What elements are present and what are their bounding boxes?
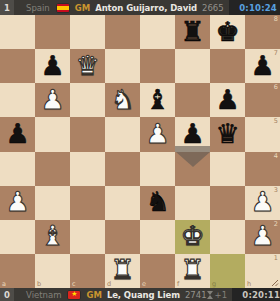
square-g4[interactable]: [210, 152, 245, 186]
square-e3[interactable]: ♞: [140, 186, 175, 220]
white-king-f2[interactable]: ♚: [180, 222, 204, 249]
square-a7[interactable]: [0, 49, 35, 83]
rank-label-5: 5: [274, 118, 278, 125]
square-e7[interactable]: [140, 49, 175, 83]
square-f8[interactable]: ♜: [175, 15, 210, 49]
rank-label-1: 1: [274, 255, 278, 262]
rank-label-6: 6: [274, 84, 278, 91]
white-knight-d6[interactable]: ♞: [110, 86, 134, 113]
square-d6[interactable]: ♞: [105, 83, 140, 117]
square-f1[interactable]: f♜: [175, 254, 210, 288]
square-g3[interactable]: [210, 186, 245, 220]
white-pawn-h2[interactable]: ♟: [250, 222, 274, 249]
top-player-rating: 2665: [202, 3, 224, 13]
square-d8[interactable]: [105, 15, 140, 49]
square-b1[interactable]: b: [35, 254, 70, 288]
black-rook-f8[interactable]: ♜: [180, 18, 204, 45]
bottom-gm-title: GM: [86, 290, 101, 300]
square-h3[interactable]: 3♟: [245, 186, 280, 220]
increment-value: +1: [215, 290, 228, 300]
white-bishop-b2[interactable]: ♝: [40, 222, 64, 249]
square-e4[interactable]: [140, 152, 175, 186]
file-label-f: f: [177, 281, 179, 288]
square-g5[interactable]: ♛: [210, 117, 245, 151]
square-b3[interactable]: [35, 186, 70, 220]
rank-label-8: 8: [274, 16, 278, 23]
square-g6[interactable]: ♟: [210, 83, 245, 117]
vietnam-flag-icon: ★: [68, 291, 80, 299]
square-c3[interactable]: [70, 186, 105, 220]
move-arrow-head: [176, 152, 210, 167]
top-player-bar: 1 Spain GM Anton Guijarro, David 2665 0:…: [0, 0, 280, 15]
square-b5[interactable]: [35, 117, 70, 151]
square-e6[interactable]: ♝: [140, 83, 175, 117]
file-label-g: g: [212, 281, 216, 288]
resize-handle-icon[interactable]: [271, 279, 279, 287]
square-d4[interactable]: [105, 152, 140, 186]
square-f6[interactable]: [175, 83, 210, 117]
black-pawn-b7[interactable]: ♟: [40, 52, 64, 79]
bottom-score-badge: 0: [0, 288, 14, 301]
square-c1[interactable]: c: [70, 254, 105, 288]
square-h7[interactable]: 7♟: [245, 49, 280, 83]
square-d3[interactable]: [105, 186, 140, 220]
hourglass-icon: [207, 291, 213, 299]
square-c7[interactable]: ♛: [70, 49, 105, 83]
square-g7[interactable]: [210, 49, 245, 83]
square-e5[interactable]: ♟: [140, 117, 175, 151]
bottom-player-name: Le, Quang Liem: [107, 290, 180, 300]
file-label-b: b: [37, 281, 41, 288]
square-c6[interactable]: [70, 83, 105, 117]
square-h2[interactable]: 2♟: [245, 220, 280, 254]
black-queen-g5[interactable]: ♛: [215, 120, 239, 147]
square-a1[interactable]: a: [0, 254, 35, 288]
black-pawn-f5[interactable]: ♟: [180, 120, 204, 147]
bottom-country-label: Vietnam: [26, 290, 61, 300]
file-label-h: h: [247, 281, 251, 288]
square-c2[interactable]: [70, 220, 105, 254]
increment-badge: +1: [207, 290, 228, 300]
bottom-clock-box: 0:20:11: [232, 288, 280, 301]
white-pawn-a3[interactable]: ♟: [5, 188, 29, 215]
square-c8[interactable]: [70, 15, 105, 49]
white-rook-d1[interactable]: ♜: [110, 256, 134, 283]
spain-flag-icon: [57, 4, 69, 12]
square-d2[interactable]: [105, 220, 140, 254]
square-c4[interactable]: [70, 152, 105, 186]
white-queen-c7[interactable]: ♛: [75, 52, 99, 79]
square-e8[interactable]: [140, 15, 175, 49]
square-a5[interactable]: ♟: [0, 117, 35, 151]
square-a2[interactable]: [0, 220, 35, 254]
rank-label-4: 4: [274, 153, 278, 160]
top-clock-box: 0:10:24: [229, 0, 280, 15]
file-label-a: a: [2, 281, 6, 288]
square-f2[interactable]: ♚: [175, 220, 210, 254]
top-player-name: Anton Guijarro, David: [95, 3, 197, 13]
square-b8[interactable]: [35, 15, 70, 49]
square-f7[interactable]: [175, 49, 210, 83]
top-gm-title: GM: [75, 3, 90, 13]
black-pawn-g6[interactable]: ♟: [215, 86, 239, 113]
square-h5[interactable]: 5: [245, 117, 280, 151]
white-rook-f1[interactable]: ♜: [180, 256, 204, 283]
file-label-c: c: [72, 281, 76, 288]
bottom-clock: 0:20:11: [242, 290, 280, 300]
square-g2[interactable]: [210, 220, 245, 254]
square-g1[interactable]: g: [210, 254, 245, 288]
square-h4[interactable]: 4: [245, 152, 280, 186]
square-c5[interactable]: [70, 117, 105, 151]
square-f3[interactable]: [175, 186, 210, 220]
star-icon: ★: [71, 291, 77, 298]
square-d5[interactable]: [105, 117, 140, 151]
top-clock: 0:10:24: [239, 3, 277, 13]
white-pawn-h3[interactable]: ♟: [250, 188, 274, 215]
black-king-g8[interactable]: ♚: [215, 18, 239, 45]
square-b4[interactable]: [35, 152, 70, 186]
square-e2[interactable]: [140, 220, 175, 254]
bottom-player-bar: 0 Vietnam ★ GM Le, Quang Liem 2741 +1 0:…: [0, 288, 280, 301]
chess-board[interactable]: ♜♚8♟♛7♟♟♞♝♟6♟♟♟♛54♟♞3♟♝♚2♟abcd♜ef♜g1h: [0, 15, 280, 288]
square-b6[interactable]: ♟: [35, 83, 70, 117]
square-h8[interactable]: 8: [245, 15, 280, 49]
square-b2[interactable]: ♝: [35, 220, 70, 254]
square-d1[interactable]: d♜: [105, 254, 140, 288]
black-bishop-e6[interactable]: ♝: [145, 86, 169, 113]
square-e1[interactable]: e: [140, 254, 175, 288]
file-label-e: e: [142, 281, 146, 288]
black-pawn-h7[interactable]: ♟: [250, 52, 274, 79]
bottom-player-rating: 2741: [185, 290, 207, 300]
square-b7[interactable]: ♟: [35, 49, 70, 83]
black-knight-e3[interactable]: ♞: [145, 188, 169, 215]
square-a6[interactable]: [0, 83, 35, 117]
square-d7[interactable]: [105, 49, 140, 83]
top-country-label: Spain: [26, 3, 50, 13]
square-h6[interactable]: 6: [245, 83, 280, 117]
square-a3[interactable]: ♟: [0, 186, 35, 220]
black-pawn-a5[interactable]: ♟: [5, 120, 29, 147]
top-score-badge: 1: [0, 0, 14, 15]
white-pawn-e5[interactable]: ♟: [145, 120, 169, 147]
square-a8[interactable]: [0, 15, 35, 49]
square-a4[interactable]: [0, 152, 35, 186]
square-g8[interactable]: ♚: [210, 15, 245, 49]
white-pawn-b6[interactable]: ♟: [40, 86, 64, 113]
